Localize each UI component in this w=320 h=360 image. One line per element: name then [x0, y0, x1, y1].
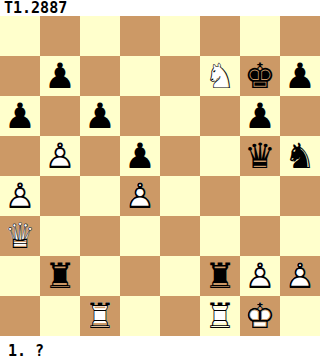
- square-b5[interactable]: ♟♙: [40, 136, 80, 176]
- square-c4[interactable]: [80, 176, 120, 216]
- square-d8[interactable]: [120, 16, 160, 56]
- black-pawn: ♟: [80, 96, 120, 136]
- square-h4[interactable]: [280, 176, 320, 216]
- white-knight-outline: ♘: [200, 56, 240, 96]
- puzzle-id: T1.2887: [0, 0, 320, 16]
- square-f6[interactable]: [200, 96, 240, 136]
- square-f5[interactable]: [200, 136, 240, 176]
- square-h2[interactable]: ♟♙: [280, 256, 320, 296]
- white-pawn: ♟: [0, 176, 40, 216]
- square-a8[interactable]: [0, 16, 40, 56]
- square-d3[interactable]: [120, 216, 160, 256]
- white-rook: ♜: [200, 296, 240, 336]
- square-c2[interactable]: [80, 256, 120, 296]
- square-f1[interactable]: ♜♖: [200, 296, 240, 336]
- white-pawn: ♟: [120, 176, 160, 216]
- square-e3[interactable]: [160, 216, 200, 256]
- white-pawn: ♟: [240, 256, 280, 296]
- square-g8[interactable]: [240, 16, 280, 56]
- square-f3[interactable]: [200, 216, 240, 256]
- white-pawn-outline: ♙: [40, 136, 80, 176]
- square-e1[interactable]: [160, 296, 200, 336]
- square-a3[interactable]: ♛♕: [0, 216, 40, 256]
- square-c3[interactable]: [80, 216, 120, 256]
- black-pawn: ♟: [120, 136, 160, 176]
- white-pawn-outline: ♙: [0, 176, 40, 216]
- square-h1[interactable]: [280, 296, 320, 336]
- square-b3[interactable]: [40, 216, 80, 256]
- black-pawn: ♟: [240, 96, 280, 136]
- black-pawn: ♟: [280, 56, 320, 96]
- black-queen: ♛: [240, 136, 280, 176]
- white-pawn-outline: ♙: [120, 176, 160, 216]
- white-pawn-outline: ♙: [240, 256, 280, 296]
- square-c5[interactable]: [80, 136, 120, 176]
- square-d2[interactable]: [120, 256, 160, 296]
- square-e8[interactable]: [160, 16, 200, 56]
- square-e6[interactable]: [160, 96, 200, 136]
- square-b1[interactable]: [40, 296, 80, 336]
- square-b6[interactable]: [40, 96, 80, 136]
- square-b4[interactable]: [40, 176, 80, 216]
- square-g6[interactable]: ♟: [240, 96, 280, 136]
- square-e2[interactable]: [160, 256, 200, 296]
- square-h8[interactable]: [280, 16, 320, 56]
- square-c7[interactable]: [80, 56, 120, 96]
- white-pawn: ♟: [40, 136, 80, 176]
- square-a1[interactable]: [0, 296, 40, 336]
- square-g7[interactable]: ♚: [240, 56, 280, 96]
- square-b8[interactable]: [40, 16, 80, 56]
- square-h5[interactable]: ♞: [280, 136, 320, 176]
- square-d1[interactable]: [120, 296, 160, 336]
- square-a2[interactable]: [0, 256, 40, 296]
- square-f2[interactable]: ♜: [200, 256, 240, 296]
- square-h3[interactable]: [280, 216, 320, 256]
- square-g5[interactable]: ♛: [240, 136, 280, 176]
- black-pawn: ♟: [0, 96, 40, 136]
- square-h6[interactable]: [280, 96, 320, 136]
- square-f4[interactable]: [200, 176, 240, 216]
- square-g4[interactable]: [240, 176, 280, 216]
- square-a7[interactable]: [0, 56, 40, 96]
- white-pawn: ♟: [280, 256, 320, 296]
- square-d7[interactable]: [120, 56, 160, 96]
- white-queen-outline: ♕: [0, 216, 40, 256]
- black-pawn: ♟: [40, 56, 80, 96]
- square-d4[interactable]: ♟♙: [120, 176, 160, 216]
- square-e5[interactable]: [160, 136, 200, 176]
- black-knight: ♞: [280, 136, 320, 176]
- square-g3[interactable]: [240, 216, 280, 256]
- black-king: ♚: [240, 56, 280, 96]
- square-f7[interactable]: ♞♘: [200, 56, 240, 96]
- square-g2[interactable]: ♟♙: [240, 256, 280, 296]
- square-a4[interactable]: ♟♙: [0, 176, 40, 216]
- square-d5[interactable]: ♟: [120, 136, 160, 176]
- white-rook: ♜: [80, 296, 120, 336]
- white-pawn-outline: ♙: [280, 256, 320, 296]
- white-king-outline: ♔: [240, 296, 280, 336]
- square-b2[interactable]: ♜: [40, 256, 80, 296]
- square-a5[interactable]: [0, 136, 40, 176]
- square-g1[interactable]: ♚♔: [240, 296, 280, 336]
- square-c6[interactable]: ♟: [80, 96, 120, 136]
- move-prompt: 1. ?: [0, 336, 320, 360]
- square-d6[interactable]: [120, 96, 160, 136]
- square-f8[interactable]: [200, 16, 240, 56]
- square-b7[interactable]: ♟: [40, 56, 80, 96]
- white-rook-outline: ♖: [80, 296, 120, 336]
- black-rook: ♜: [200, 256, 240, 296]
- square-h7[interactable]: ♟: [280, 56, 320, 96]
- square-e4[interactable]: [160, 176, 200, 216]
- square-c1[interactable]: ♜♖: [80, 296, 120, 336]
- white-rook-outline: ♖: [200, 296, 240, 336]
- black-rook: ♜: [40, 256, 80, 296]
- square-a6[interactable]: ♟: [0, 96, 40, 136]
- white-king: ♚: [240, 296, 280, 336]
- white-knight: ♞: [200, 56, 240, 96]
- white-queen: ♛: [0, 216, 40, 256]
- chess-board: ♟♞♘♚♟♟♟♟♟♙♟♛♞♟♙♟♙♛♕♜♜♟♙♟♙♜♖♜♖♚♔: [0, 16, 320, 336]
- square-c8[interactable]: [80, 16, 120, 56]
- square-e7[interactable]: [160, 56, 200, 96]
